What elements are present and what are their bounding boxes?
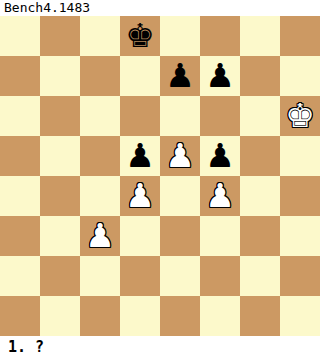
square-h1[interactable] — [280, 296, 320, 336]
square-a7[interactable] — [0, 56, 40, 96]
white-pawn[interactable]: ♟ — [205, 176, 235, 216]
square-d8[interactable]: ♚ — [120, 16, 160, 56]
square-a6[interactable] — [0, 96, 40, 136]
square-g2[interactable] — [240, 256, 280, 296]
square-f7[interactable]: ♟ — [200, 56, 240, 96]
black-king[interactable]: ♚ — [125, 16, 155, 56]
square-a2[interactable] — [0, 256, 40, 296]
square-f2[interactable] — [200, 256, 240, 296]
chess-app-window: Bench4.1483 ♚♟♟♚♟♟♟♟♟♟ 1. ? — [0, 0, 320, 360]
square-b6[interactable] — [40, 96, 80, 136]
white-pawn[interactable]: ♟ — [165, 136, 195, 176]
square-d4[interactable]: ♟ — [120, 176, 160, 216]
square-b2[interactable] — [40, 256, 80, 296]
square-h5[interactable] — [280, 136, 320, 176]
square-d7[interactable] — [120, 56, 160, 96]
square-a3[interactable] — [0, 216, 40, 256]
square-h3[interactable] — [280, 216, 320, 256]
white-pawn[interactable]: ♟ — [85, 216, 115, 256]
square-g6[interactable] — [240, 96, 280, 136]
black-pawn[interactable]: ♟ — [205, 56, 235, 96]
square-f5[interactable]: ♟ — [200, 136, 240, 176]
square-e8[interactable] — [160, 16, 200, 56]
white-pawn[interactable]: ♟ — [125, 176, 155, 216]
white-king[interactable]: ♚ — [285, 96, 315, 136]
square-c2[interactable] — [80, 256, 120, 296]
square-f1[interactable] — [200, 296, 240, 336]
square-h4[interactable] — [280, 176, 320, 216]
square-d5[interactable]: ♟ — [120, 136, 160, 176]
square-f3[interactable] — [200, 216, 240, 256]
square-e4[interactable] — [160, 176, 200, 216]
square-d6[interactable] — [120, 96, 160, 136]
square-c4[interactable] — [80, 176, 120, 216]
puzzle-title: Bench4.1483 — [0, 0, 320, 16]
square-f6[interactable] — [200, 96, 240, 136]
square-e6[interactable] — [160, 96, 200, 136]
square-c6[interactable] — [80, 96, 120, 136]
square-e5[interactable]: ♟ — [160, 136, 200, 176]
black-pawn[interactable]: ♟ — [125, 136, 155, 176]
square-b5[interactable] — [40, 136, 80, 176]
square-a1[interactable] — [0, 296, 40, 336]
square-d1[interactable] — [120, 296, 160, 336]
square-c5[interactable] — [80, 136, 120, 176]
square-c7[interactable] — [80, 56, 120, 96]
square-b4[interactable] — [40, 176, 80, 216]
square-h6[interactable]: ♚ — [280, 96, 320, 136]
square-c3[interactable]: ♟ — [80, 216, 120, 256]
chess-board: ♚♟♟♚♟♟♟♟♟♟ — [0, 16, 320, 336]
square-f4[interactable]: ♟ — [200, 176, 240, 216]
square-g8[interactable] — [240, 16, 280, 56]
square-f8[interactable] — [200, 16, 240, 56]
square-e2[interactable] — [160, 256, 200, 296]
square-g1[interactable] — [240, 296, 280, 336]
square-g3[interactable] — [240, 216, 280, 256]
square-d2[interactable] — [120, 256, 160, 296]
square-h8[interactable] — [280, 16, 320, 56]
square-c1[interactable] — [80, 296, 120, 336]
square-b3[interactable] — [40, 216, 80, 256]
square-a8[interactable] — [0, 16, 40, 56]
square-a4[interactable] — [0, 176, 40, 216]
black-pawn[interactable]: ♟ — [205, 136, 235, 176]
square-b1[interactable] — [40, 296, 80, 336]
square-h2[interactable] — [280, 256, 320, 296]
square-b8[interactable] — [40, 16, 80, 56]
square-b7[interactable] — [40, 56, 80, 96]
square-h7[interactable] — [280, 56, 320, 96]
square-g5[interactable] — [240, 136, 280, 176]
square-e3[interactable] — [160, 216, 200, 256]
square-g7[interactable] — [240, 56, 280, 96]
square-c8[interactable] — [80, 16, 120, 56]
square-e1[interactable] — [160, 296, 200, 336]
square-g4[interactable] — [240, 176, 280, 216]
move-prompt: 1. ? — [0, 336, 320, 360]
square-d3[interactable] — [120, 216, 160, 256]
square-a5[interactable] — [0, 136, 40, 176]
square-e7[interactable]: ♟ — [160, 56, 200, 96]
black-pawn[interactable]: ♟ — [165, 56, 195, 96]
